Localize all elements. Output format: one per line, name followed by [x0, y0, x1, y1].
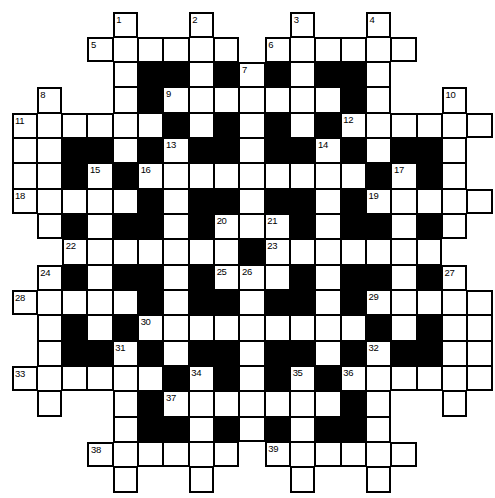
grid-cell[interactable] [290, 417, 315, 442]
black-square [341, 341, 366, 366]
grid-cell[interactable] [290, 467, 315, 492]
grid-cell[interactable]: 33 [12, 366, 37, 391]
grid-cell[interactable] [113, 239, 138, 264]
clue-number: 13 [166, 139, 176, 150]
grid-cell[interactable]: 4 [366, 12, 391, 37]
clue-number: 39 [268, 443, 278, 454]
black-square [62, 163, 87, 188]
black-square [341, 391, 366, 416]
grid-cell[interactable] [315, 290, 340, 315]
clue-number: 5 [91, 39, 96, 50]
black-square [265, 62, 290, 87]
grid-cell[interactable]: 13 [163, 138, 188, 163]
grid-cell[interactable] [315, 239, 340, 264]
clue-number: 37 [166, 392, 176, 403]
black-square [214, 290, 239, 315]
grid-cell[interactable] [214, 442, 239, 467]
grid-cell[interactable] [239, 214, 264, 239]
grid-cell[interactable] [417, 239, 442, 264]
grid-cell[interactable] [113, 62, 138, 87]
grid-cell[interactable] [239, 163, 264, 188]
grid-cell[interactable] [62, 290, 87, 315]
grid-cell[interactable] [366, 239, 391, 264]
grid-cell[interactable] [189, 37, 214, 62]
grid-cell[interactable] [138, 37, 163, 62]
black-square [163, 113, 188, 138]
grid-cell[interactable]: 15 [87, 163, 112, 188]
grid-cell[interactable]: 27 [442, 265, 467, 290]
grid-cell[interactable] [163, 214, 188, 239]
black-square [138, 417, 163, 442]
grid-cell[interactable] [138, 366, 163, 391]
grid-cell[interactable] [391, 366, 416, 391]
grid-cell[interactable] [366, 138, 391, 163]
grid-cell[interactable] [467, 189, 492, 214]
grid-cell[interactable]: 24 [37, 265, 62, 290]
grid-cell[interactable] [341, 239, 366, 264]
grid-cell[interactable] [189, 467, 214, 492]
clue-number: 35 [293, 367, 303, 378]
black-square [366, 265, 391, 290]
grid-cell[interactable] [239, 87, 264, 112]
black-square [265, 366, 290, 391]
clue-number: 23 [267, 240, 277, 251]
black-square [417, 341, 442, 366]
grid-cell[interactable] [442, 366, 467, 391]
grid-cell[interactable] [442, 214, 467, 239]
clue-number: 2 [192, 14, 197, 25]
clue-number: 22 [66, 240, 76, 251]
grid-cell[interactable] [417, 189, 442, 214]
grid-cell[interactable] [315, 265, 340, 290]
black-square [62, 214, 87, 239]
grid-cell[interactable] [366, 417, 391, 442]
black-square [163, 366, 188, 391]
grid-cell[interactable] [265, 315, 290, 340]
grid-cell[interactable] [138, 113, 163, 138]
grid-cell[interactable] [239, 417, 264, 442]
grid-cell[interactable]: 17 [391, 163, 416, 188]
grid-cell[interactable]: 18 [12, 189, 37, 214]
grid-cell[interactable] [163, 37, 188, 62]
black-square [265, 290, 290, 315]
grid-cell[interactable] [290, 113, 315, 138]
grid-cell[interactable] [62, 366, 87, 391]
grid-cell[interactable] [138, 442, 163, 467]
black-square [341, 138, 366, 163]
grid-cell[interactable] [113, 467, 138, 492]
grid-cell[interactable] [442, 391, 467, 416]
grid-cell[interactable] [189, 315, 214, 340]
grid-cell[interactable] [214, 163, 239, 188]
grid-cell[interactable] [163, 239, 188, 264]
black-square [315, 62, 340, 87]
grid-cell[interactable] [87, 189, 112, 214]
grid-cell[interactable] [391, 265, 416, 290]
grid-cell[interactable] [290, 391, 315, 416]
black-square [417, 265, 442, 290]
grid-cell[interactable]: 3 [290, 12, 315, 37]
black-square [265, 341, 290, 366]
grid-cell[interactable]: 39 [265, 442, 290, 467]
grid-cell[interactable] [37, 341, 62, 366]
black-square [189, 341, 214, 366]
grid-cell[interactable]: 20 [214, 214, 239, 239]
grid-cell[interactable] [366, 391, 391, 416]
grid-cell[interactable]: 11 [12, 113, 37, 138]
grid-cell[interactable]: 9 [163, 87, 188, 112]
grid-cell[interactable] [214, 239, 239, 264]
grid-cell[interactable] [163, 290, 188, 315]
grid-cell[interactable] [391, 113, 416, 138]
black-square [189, 265, 214, 290]
grid-cell[interactable] [442, 113, 467, 138]
grid-cell[interactable] [239, 113, 264, 138]
black-square [290, 189, 315, 214]
grid-cell[interactable] [417, 366, 442, 391]
grid-cell[interactable]: 10 [442, 87, 467, 112]
grid-cell[interactable] [366, 37, 391, 62]
grid-cell[interactable] [87, 366, 112, 391]
black-square [290, 265, 315, 290]
black-square [87, 341, 112, 366]
grid-cell[interactable] [315, 87, 340, 112]
black-square [341, 265, 366, 290]
grid-cell[interactable] [113, 87, 138, 112]
clue-number: 7 [242, 64, 247, 75]
grid-cell[interactable] [315, 315, 340, 340]
black-square [62, 265, 87, 290]
grid-cell[interactable] [341, 315, 366, 340]
grid-cell[interactable] [467, 113, 492, 138]
grid-cell[interactable] [366, 366, 391, 391]
grid-cell[interactable] [189, 113, 214, 138]
clue-number: 12 [343, 114, 353, 125]
black-square [366, 163, 391, 188]
black-square [265, 113, 290, 138]
grid-cell[interactable] [214, 87, 239, 112]
black-square [189, 290, 214, 315]
clue-number: 31 [115, 342, 125, 353]
grid-cell[interactable] [113, 417, 138, 442]
black-square [214, 366, 239, 391]
grid-cell[interactable] [341, 163, 366, 188]
grid-cell[interactable] [442, 315, 467, 340]
clue-number: 4 [370, 14, 375, 25]
clue-number: 11 [15, 115, 24, 126]
clue-number: 18 [15, 190, 25, 201]
clue-number: 6 [268, 39, 273, 50]
grid-cell[interactable] [163, 163, 188, 188]
grid-cell[interactable] [239, 315, 264, 340]
grid-cell[interactable]: 2 [189, 12, 214, 37]
black-square [417, 315, 442, 340]
grid-cell[interactable] [37, 163, 62, 188]
grid-cell[interactable] [366, 442, 391, 467]
black-square [341, 417, 366, 442]
black-square [290, 214, 315, 239]
grid-cell[interactable] [37, 189, 62, 214]
grid-cell[interactable] [87, 265, 112, 290]
grid-cell[interactable] [366, 87, 391, 112]
grid-cell[interactable] [163, 341, 188, 366]
grid-cell[interactable] [391, 189, 416, 214]
black-square [315, 366, 340, 391]
grid-cell[interactable]: 37 [163, 391, 188, 416]
grid-cell[interactable] [467, 315, 492, 340]
clue-number: 17 [394, 164, 404, 175]
grid-cell[interactable] [37, 214, 62, 239]
grid-cell[interactable] [467, 341, 492, 366]
grid-cell[interactable]: 28 [12, 290, 37, 315]
grid-cell[interactable] [113, 366, 138, 391]
grid-cell[interactable]: 19 [366, 189, 391, 214]
grid-cell[interactable] [315, 189, 340, 214]
grid-cell[interactable] [189, 391, 214, 416]
black-square [62, 341, 87, 366]
grid-cell[interactable] [467, 366, 492, 391]
clue-number: 8 [40, 89, 45, 100]
grid-cell[interactable] [189, 87, 214, 112]
grid-cell[interactable] [290, 442, 315, 467]
grid-cell[interactable] [290, 239, 315, 264]
black-square [265, 417, 290, 442]
grid-cell[interactable] [113, 113, 138, 138]
grid-cell[interactable] [239, 341, 264, 366]
black-square [366, 214, 391, 239]
grid-cell[interactable] [113, 290, 138, 315]
black-square [214, 62, 239, 87]
grid-cell[interactable] [113, 37, 138, 62]
grid-cell[interactable] [189, 239, 214, 264]
grid-cell[interactable]: 1 [113, 12, 138, 37]
grid-cell[interactable] [265, 265, 290, 290]
grid-cell[interactable] [290, 163, 315, 188]
grid-cell[interactable] [341, 37, 366, 62]
grid-cell[interactable] [239, 391, 264, 416]
grid-cell[interactable]: 6 [265, 37, 290, 62]
grid-cell[interactable] [366, 62, 391, 87]
grid-cell[interactable] [442, 189, 467, 214]
grid-cell[interactable] [189, 417, 214, 442]
grid-cell[interactable] [315, 442, 340, 467]
grid-cell[interactable] [442, 341, 467, 366]
grid-cell[interactable] [12, 138, 37, 163]
black-square [138, 189, 163, 214]
grid-cell[interactable] [391, 37, 416, 62]
grid-cell[interactable]: 31 [113, 341, 138, 366]
grid-cell[interactable] [290, 62, 315, 87]
black-square [138, 138, 163, 163]
black-square [417, 163, 442, 188]
clue-number: 10 [446, 89, 456, 100]
black-square [138, 214, 163, 239]
black-square [138, 62, 163, 87]
black-square [366, 315, 391, 340]
grid-cell[interactable]: 14 [315, 138, 340, 163]
grid-cell[interactable]: 34 [189, 366, 214, 391]
clue-number: 24 [40, 267, 50, 278]
grid-cell[interactable]: 32 [366, 341, 391, 366]
grid-cell[interactable] [138, 239, 163, 264]
grid-cell[interactable] [163, 315, 188, 340]
grid-cell[interactable] [315, 163, 340, 188]
grid-cell[interactable] [87, 214, 112, 239]
grid-cell[interactable] [391, 290, 416, 315]
grid-cell[interactable] [113, 189, 138, 214]
grid-cell[interactable] [113, 442, 138, 467]
grid-cell[interactable] [290, 37, 315, 62]
grid-cell[interactable]: 12 [341, 113, 366, 138]
black-square [341, 62, 366, 87]
clue-number: 19 [369, 190, 379, 201]
clue-number: 3 [294, 14, 299, 25]
black-square [214, 138, 239, 163]
clue-number: 14 [318, 139, 328, 150]
crossword-grid: 1234567891011121314151617181920212223242… [0, 0, 495, 498]
black-square [417, 138, 442, 163]
grid-cell[interactable] [315, 37, 340, 62]
clue-number: 27 [445, 267, 455, 278]
grid-cell[interactable] [290, 315, 315, 340]
grid-cell[interactable] [442, 163, 467, 188]
black-square [341, 87, 366, 112]
grid-cell[interactable]: 21 [265, 214, 290, 239]
grid-cell[interactable] [467, 290, 492, 315]
black-square [391, 341, 416, 366]
grid-cell[interactable] [265, 163, 290, 188]
black-square [315, 113, 340, 138]
grid-cell[interactable]: 25 [214, 265, 239, 290]
black-square [265, 138, 290, 163]
clue-number: 29 [369, 291, 379, 302]
clue-number: 28 [15, 292, 25, 303]
grid-cell[interactable] [366, 113, 391, 138]
black-square [290, 341, 315, 366]
black-square [62, 138, 87, 163]
grid-cell[interactable]: 8 [37, 87, 62, 112]
grid-cell[interactable]: 38 [87, 442, 112, 467]
black-square [391, 138, 416, 163]
grid-cell[interactable] [417, 290, 442, 315]
grid-cell[interactable] [87, 315, 112, 340]
black-square [265, 189, 290, 214]
grid-cell[interactable] [189, 442, 214, 467]
grid-cell[interactable]: 16 [138, 163, 163, 188]
grid-cell[interactable] [265, 87, 290, 112]
grid-cell[interactable] [391, 442, 416, 467]
grid-cell[interactable]: 5 [87, 37, 112, 62]
grid-cell[interactable] [214, 391, 239, 416]
clue-number: 38 [91, 444, 101, 455]
clue-number: 33 [15, 368, 25, 379]
black-square [315, 417, 340, 442]
black-square [113, 214, 138, 239]
black-square [138, 265, 163, 290]
grid-cell[interactable] [315, 341, 340, 366]
grid-cell[interactable] [239, 290, 264, 315]
grid-cell[interactable]: 29 [366, 290, 391, 315]
black-square [239, 239, 264, 264]
black-square [417, 214, 442, 239]
black-square [138, 87, 163, 112]
grid-cell[interactable] [214, 315, 239, 340]
grid-cell[interactable] [366, 467, 391, 492]
clue-number: 21 [267, 215, 277, 226]
grid-cell[interactable] [391, 239, 416, 264]
grid-cell[interactable] [163, 442, 188, 467]
grid-cell[interactable]: 35 [290, 366, 315, 391]
grid-cell[interactable] [62, 189, 87, 214]
black-square [189, 189, 214, 214]
clue-number: 30 [141, 316, 151, 327]
grid-cell[interactable] [417, 113, 442, 138]
black-square [138, 341, 163, 366]
black-square [138, 290, 163, 315]
grid-cell[interactable] [189, 163, 214, 188]
grid-cell[interactable] [37, 391, 62, 416]
clue-number: 1 [116, 14, 121, 25]
black-square [214, 189, 239, 214]
grid-cell[interactable] [391, 214, 416, 239]
grid-cell[interactable] [341, 442, 366, 467]
grid-cell[interactable] [62, 113, 87, 138]
clue-number: 16 [141, 164, 151, 175]
grid-cell[interactable] [113, 391, 138, 416]
black-square [341, 290, 366, 315]
grid-cell[interactable] [442, 290, 467, 315]
grid-cell[interactable] [87, 239, 112, 264]
grid-cell[interactable]: 36 [341, 366, 366, 391]
grid-cell[interactable] [239, 189, 264, 214]
grid-cell[interactable] [315, 214, 340, 239]
black-square [189, 138, 214, 163]
grid-cell[interactable]: 22 [62, 239, 87, 264]
grid-cell[interactable] [87, 290, 112, 315]
black-square [341, 189, 366, 214]
grid-cell[interactable]: 26 [239, 265, 264, 290]
grid-cell[interactable] [442, 138, 467, 163]
grid-cell[interactable]: 30 [138, 315, 163, 340]
grid-cell[interactable] [113, 138, 138, 163]
grid-cell[interactable] [265, 391, 290, 416]
clue-number: 34 [191, 367, 201, 378]
grid-cell[interactable] [37, 138, 62, 163]
grid-cell[interactable] [315, 391, 340, 416]
grid-cell[interactable] [37, 315, 62, 340]
grid-cell[interactable] [290, 87, 315, 112]
grid-cell[interactable] [239, 138, 264, 163]
grid-cell[interactable] [391, 315, 416, 340]
black-square [290, 290, 315, 315]
grid-cell[interactable] [37, 290, 62, 315]
grid-cell[interactable]: 7 [239, 62, 264, 87]
grid-cell[interactable] [163, 189, 188, 214]
grid-cell[interactable] [214, 37, 239, 62]
grid-cell[interactable] [37, 113, 62, 138]
black-square [214, 341, 239, 366]
grid-cell[interactable] [37, 366, 62, 391]
grid-cell[interactable]: 23 [265, 239, 290, 264]
grid-cell[interactable] [189, 62, 214, 87]
clue-number: 25 [217, 266, 227, 277]
grid-cell[interactable] [239, 366, 264, 391]
grid-cell[interactable] [163, 265, 188, 290]
clue-number: 20 [217, 215, 227, 226]
grid-cell[interactable] [87, 113, 112, 138]
grid-cell[interactable] [12, 163, 37, 188]
clue-number: 9 [166, 88, 171, 99]
